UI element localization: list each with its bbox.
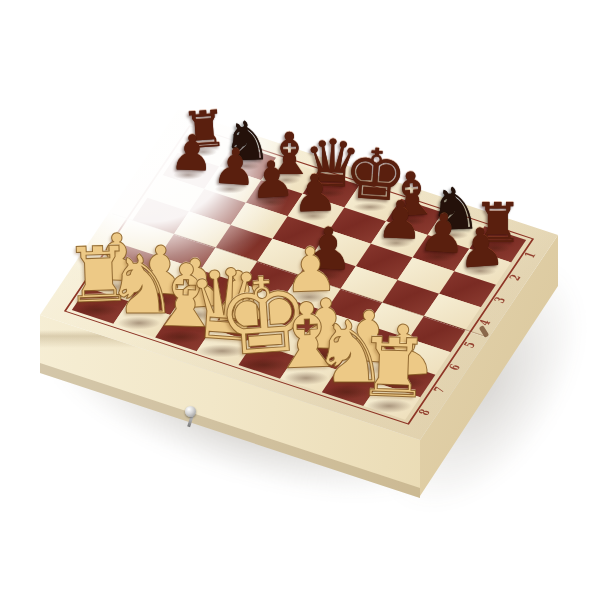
piece-dark-pawn: ♟ [291,167,338,220]
piece-dark-pawn: ♟ [248,154,296,207]
piece-light-rook: ♜ [356,326,431,409]
piece-dark-pawn: ♟ [455,219,506,275]
piece-dark-pawn: ♟ [376,194,424,248]
piece-dark-pawn: ♟ [169,128,215,179]
latch-pin [183,406,199,428]
latch-pin-head [185,406,196,417]
chess-set-product-photo: 12345678 ♜♞♟♝♟♛♟♚♟♝♞♟♜♟♟♟♟♟♟♜♟♞♟♝♛♟♚♟♝♟♞… [0,0,600,600]
